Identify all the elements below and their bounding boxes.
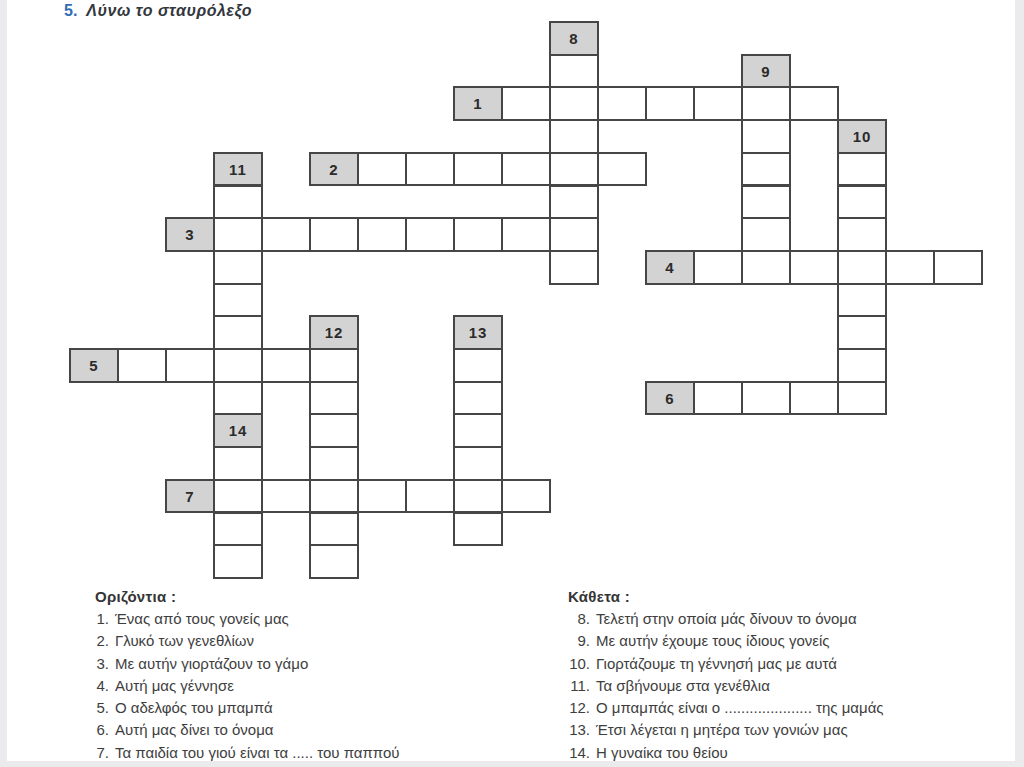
clue-number: 13. <box>568 719 590 741</box>
letter-cell[interactable] <box>213 185 263 220</box>
letter-cell[interactable] <box>885 250 935 285</box>
letter-cell[interactable] <box>309 512 359 547</box>
letter-cell[interactable] <box>405 479 455 514</box>
number-cell-5: 5 <box>69 348 119 383</box>
letter-cell[interactable] <box>213 544 263 579</box>
letter-cell[interactable] <box>837 250 887 285</box>
letter-cell[interactable] <box>309 413 359 448</box>
letter-cell[interactable] <box>453 381 503 416</box>
letter-cell[interactable] <box>549 217 599 252</box>
crossword-grid: 8911011234121356147 <box>70 22 984 580</box>
number-cell-14: 14 <box>213 413 263 448</box>
letter-cell[interactable] <box>549 86 599 121</box>
page-edge-left <box>0 0 7 767</box>
letter-cell[interactable] <box>837 185 887 220</box>
clue-text: Αυτή μας γέννησε <box>115 675 535 697</box>
letter-cell[interactable] <box>213 446 263 481</box>
clue-text: Η γυναίκα του θείου <box>596 742 1018 764</box>
clue-item: 13.Έτσι λέγεται η μητέρα των γονιών μας <box>568 719 1018 741</box>
clue-item: 11.Τα σβήνουμε στα γενέθλια <box>568 675 1018 697</box>
exercise-title: 5.Λύνω το σταυρόλεξο <box>64 2 252 20</box>
clue-item: 12.Ο μπαμπάς είναι ο ...................… <box>568 697 1018 719</box>
letter-cell[interactable] <box>549 54 599 89</box>
letter-cell[interactable] <box>453 348 503 383</box>
letter-cell[interactable] <box>357 217 407 252</box>
number-cell-13: 13 <box>453 315 503 350</box>
clue-text: Τελετή στην οποία μάς δίνουν το όνομα <box>596 608 1018 630</box>
clue-number: 7. <box>95 742 109 764</box>
exercise-number: 5. <box>64 2 77 19</box>
letter-cell[interactable] <box>549 119 599 154</box>
clue-text: Ο μπαμπάς είναι ο ..................... … <box>596 697 1018 719</box>
clue-text: Με αυτήν έχουμε τους ίδιους γονείς <box>596 630 1018 652</box>
letter-cell[interactable] <box>453 512 503 547</box>
letter-cell[interactable] <box>309 381 359 416</box>
letter-cell[interactable] <box>837 348 887 383</box>
letter-cell[interactable] <box>453 152 503 187</box>
letter-cell[interactable] <box>261 348 311 383</box>
clue-text: Ο αδελφός του μπαμπά <box>115 697 535 719</box>
clue-text: Ένας από τους γονείς μας <box>115 608 535 630</box>
letter-cell[interactable] <box>213 479 263 514</box>
letter-cell[interactable] <box>789 250 839 285</box>
letter-cell[interactable] <box>357 479 407 514</box>
clue-number: 10. <box>568 653 590 675</box>
clue-number: 4. <box>95 675 109 697</box>
clue-text: Τα σβήνουμε στα γενέθλια <box>596 675 1018 697</box>
clue-number: 12. <box>568 697 590 719</box>
letter-cell[interactable] <box>453 479 503 514</box>
clue-text: Με αυτήν γιορτάζουν το γάμο <box>115 653 535 675</box>
clue-number: 11. <box>568 675 590 697</box>
letter-cell[interactable] <box>837 283 887 318</box>
clue-item: 4.Αυτή μας γέννησε <box>95 675 535 697</box>
letter-cell[interactable] <box>837 152 887 187</box>
letter-cell[interactable] <box>549 250 599 285</box>
page-title: Λύνω το σταυρόλεξο <box>86 2 252 19</box>
letter-cell[interactable] <box>741 381 791 416</box>
clues-down-list: 8.Τελετή στην οποία μάς δίνουν το όνομα9… <box>568 608 1018 764</box>
clue-item: 2.Γλυκό των γενεθλίων <box>95 630 535 652</box>
letter-cell[interactable] <box>405 152 455 187</box>
clue-number: 3. <box>95 653 109 675</box>
clue-item: 6.Αυτή μας δίνει το όνομα <box>95 719 535 741</box>
letter-cell[interactable] <box>405 217 455 252</box>
number-cell-11: 11 <box>213 152 263 187</box>
letter-cell[interactable] <box>453 446 503 481</box>
number-cell-7: 7 <box>165 479 215 514</box>
letter-cell[interactable] <box>837 217 887 252</box>
letter-cell[interactable] <box>789 86 839 121</box>
clue-item: 14.Η γυναίκα του θείου <box>568 742 1018 764</box>
clue-text: Γλυκό των γενεθλίων <box>115 630 535 652</box>
letter-cell[interactable] <box>741 152 791 187</box>
clues-across: Οριζόντια : 1.Ένας από τους γονείς μας2.… <box>95 586 535 764</box>
letter-cell[interactable] <box>165 348 215 383</box>
letter-cell[interactable] <box>309 479 359 514</box>
clue-item: 7.Τα παιδία του γιού είναι τα ..... του … <box>95 742 535 764</box>
number-cell-8: 8 <box>549 21 599 56</box>
clue-text: Γιορτάζουμε τη γέννησή μας με αυτά <box>596 653 1018 675</box>
number-cell-3: 3 <box>165 217 215 252</box>
clue-text: Έτσι λέγεται η μητέρα των γονιών μας <box>596 719 1018 741</box>
letter-cell[interactable] <box>309 217 359 252</box>
clue-number: 5. <box>95 697 109 719</box>
clue-number: 1. <box>95 608 109 630</box>
clue-text: Τα παιδία του γιού είναι τα ..... του πα… <box>115 742 535 764</box>
clue-text: Αυτή μας δίνει το όνομα <box>115 719 535 741</box>
letter-cell[interactable] <box>549 152 599 187</box>
letter-cell[interactable] <box>309 348 359 383</box>
letter-cell[interactable] <box>117 348 167 383</box>
letter-cell[interactable] <box>933 250 983 285</box>
letter-cell[interactable] <box>597 86 647 121</box>
letter-cell[interactable] <box>741 119 791 154</box>
letter-cell[interactable] <box>645 86 695 121</box>
clue-number: 9. <box>568 630 590 652</box>
letter-cell[interactable] <box>501 152 551 187</box>
letter-cell[interactable] <box>213 315 263 350</box>
number-cell-9: 9 <box>741 54 791 89</box>
letter-cell[interactable] <box>741 185 791 220</box>
letter-cell[interactable] <box>597 152 647 187</box>
clues-across-list: 1.Ένας από τους γονείς μας2.Γλυκό των γε… <box>95 608 535 764</box>
letter-cell[interactable] <box>309 446 359 481</box>
letter-cell[interactable] <box>501 217 551 252</box>
letter-cell[interactable] <box>213 217 263 252</box>
clues-down-header: Κάθετα : <box>568 586 1018 608</box>
letter-cell[interactable] <box>213 283 263 318</box>
clue-item: 1.Ένας από τους γονείς μας <box>95 608 535 630</box>
letter-cell[interactable] <box>693 250 743 285</box>
letter-cell[interactable] <box>453 413 503 448</box>
number-cell-4: 4 <box>645 250 695 285</box>
letter-cell[interactable] <box>213 381 263 416</box>
letter-cell[interactable] <box>213 512 263 547</box>
clue-item: 5.Ο αδελφός του μπαμπά <box>95 697 535 719</box>
letter-cell[interactable] <box>837 315 887 350</box>
letter-cell[interactable] <box>693 86 743 121</box>
number-cell-2: 2 <box>309 152 359 187</box>
clue-item: 8.Τελετή στην οποία μάς δίνουν το όνομα <box>568 608 1018 630</box>
number-cell-6: 6 <box>645 381 695 416</box>
letter-cell[interactable] <box>453 217 503 252</box>
letter-cell[interactable] <box>261 217 311 252</box>
letter-cell[interactable] <box>741 250 791 285</box>
clue-item: 9.Με αυτήν έχουμε τους ίδιους γονείς <box>568 630 1018 652</box>
letter-cell[interactable] <box>789 381 839 416</box>
clue-item: 10.Γιορτάζουμε τη γέννησή μας με αυτά <box>568 653 1018 675</box>
letter-cell[interactable] <box>741 217 791 252</box>
letter-cell[interactable] <box>261 479 311 514</box>
letter-cell[interactable] <box>741 86 791 121</box>
letter-cell[interactable] <box>549 185 599 220</box>
clue-number: 2. <box>95 630 109 652</box>
number-cell-10: 10 <box>837 119 887 154</box>
letter-cell[interactable] <box>837 381 887 416</box>
letter-cell[interactable] <box>501 479 551 514</box>
clue-number: 14. <box>568 742 590 764</box>
letter-cell[interactable] <box>213 348 263 383</box>
letter-cell[interactable] <box>501 86 551 121</box>
clues-across-header: Οριζόντια : <box>95 586 535 608</box>
letter-cell[interactable] <box>693 381 743 416</box>
clue-number: 8. <box>568 608 590 630</box>
clue-number: 6. <box>95 719 109 741</box>
letter-cell[interactable] <box>213 250 263 285</box>
clues-down: Κάθετα : 8.Τελετή στην οποία μάς δίνουν … <box>568 586 1018 764</box>
number-cell-12: 12 <box>309 315 359 350</box>
number-cell-1: 1 <box>453 86 503 121</box>
letter-cell[interactable] <box>309 544 359 579</box>
worksheet-page: { "game": "crossword", "title": { "numbe… <box>0 0 1024 767</box>
clue-item: 3.Με αυτήν γιορτάζουν το γάμο <box>95 653 535 675</box>
letter-cell[interactable] <box>357 152 407 187</box>
